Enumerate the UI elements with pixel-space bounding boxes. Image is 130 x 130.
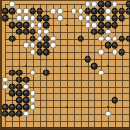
white-stone [36,35,43,42]
white-stone [112,49,119,56]
black-stone [118,15,125,22]
black-stone [112,8,119,15]
white-stone [84,22,91,29]
black-stone [2,8,9,15]
white-stone [105,111,112,118]
white-stone [50,42,57,49]
white-stone [105,8,112,15]
white-stone [23,42,30,49]
white-stone [23,111,30,118]
black-stone [30,35,37,42]
white-stone [30,97,37,104]
black-stone [112,22,119,29]
white-stone [23,15,30,22]
white-stone [71,8,78,15]
black-stone [2,104,9,111]
black-stone [84,56,91,63]
white-stone [36,29,43,36]
white-stone [30,49,37,56]
black-stone [112,42,119,49]
white-stone [23,8,30,15]
black-stone [105,42,112,49]
white-stone [30,22,37,29]
black-stone [36,8,43,15]
white-stone [30,70,37,77]
white-stone [77,8,84,15]
white-stone [98,35,105,42]
grid-line-horizontal [5,128,128,129]
black-stone [77,35,84,42]
white-stone [84,1,91,8]
black-stone [36,15,43,22]
black-stone [98,15,105,22]
white-stone [57,8,64,15]
black-stone [112,15,119,22]
black-stone [23,90,30,97]
black-stone [23,97,30,104]
white-stone [91,22,98,29]
black-stone [23,104,30,111]
black-stone [43,35,50,42]
black-stone [16,22,23,29]
white-stone [50,35,57,42]
black-stone [125,35,130,42]
white-stone [30,15,37,22]
black-stone [9,111,16,118]
black-stone [43,42,50,49]
black-stone [16,104,23,111]
black-stone [23,76,30,83]
white-stone [112,35,119,42]
white-stone [2,76,9,83]
go-app-window [0,0,130,130]
white-stone [77,15,84,22]
white-stone [98,49,105,56]
black-stone [36,42,43,49]
grid-line-horizontal [5,121,128,122]
star-point [66,65,68,67]
grid-line-vertical [74,4,75,127]
black-stone [43,49,50,56]
black-stone [43,15,50,22]
black-stone [43,22,50,29]
white-stone [105,29,112,36]
black-stone [9,35,16,42]
white-stone [91,1,98,8]
white-stone [30,104,37,111]
black-stone [118,8,125,15]
black-stone [9,90,16,97]
black-stone [98,8,105,15]
black-stone [23,29,30,36]
white-stone [105,35,112,42]
white-stone [112,1,119,8]
black-stone [91,63,98,70]
black-stone [125,8,130,15]
star-point [25,65,27,67]
white-stone [16,15,23,22]
black-stone [9,70,16,77]
go-board[interactable] [0,0,130,130]
black-stone [118,35,125,42]
black-stone [91,29,98,36]
star-point [66,106,68,108]
black-stone [98,1,105,8]
black-stone [98,29,105,36]
white-stone [36,22,43,29]
grid-line-vertical [81,4,82,127]
grid-line-horizontal [5,73,128,74]
star-point [66,24,68,26]
black-stone [105,1,112,8]
black-stone [112,97,119,104]
black-stone [16,90,23,97]
black-stone [91,15,98,22]
grid-line-vertical [122,4,123,127]
white-stone [9,1,16,8]
black-stone [30,29,37,36]
star-point [107,65,109,67]
black-stone [91,8,98,15]
white-stone [105,15,112,22]
white-stone [23,83,30,90]
black-stone [16,97,23,104]
black-stone [30,8,37,15]
black-stone [9,83,16,90]
black-stone [125,1,130,8]
white-stone [30,90,37,97]
black-stone [36,49,43,56]
black-stone [43,70,50,77]
black-stone [16,70,23,77]
grid-line-vertical [129,4,130,127]
white-stone [16,8,23,15]
black-stone [9,8,16,15]
white-stone [43,29,50,36]
white-stone [2,83,9,90]
star-point [107,106,109,108]
black-stone [118,49,125,56]
black-stone [9,104,16,111]
white-stone [57,15,64,22]
black-stone [105,22,112,29]
white-stone [98,70,105,77]
white-stone [50,8,57,15]
black-stone [16,29,23,36]
black-stone [23,22,30,29]
black-stone [9,22,16,29]
black-stone [16,76,23,83]
black-stone [2,111,9,118]
white-stone [30,42,37,49]
black-stone [84,8,91,15]
black-stone [2,15,9,22]
black-stone [98,22,105,29]
black-stone [16,83,23,90]
black-stone [16,111,23,118]
white-stone [84,15,91,22]
